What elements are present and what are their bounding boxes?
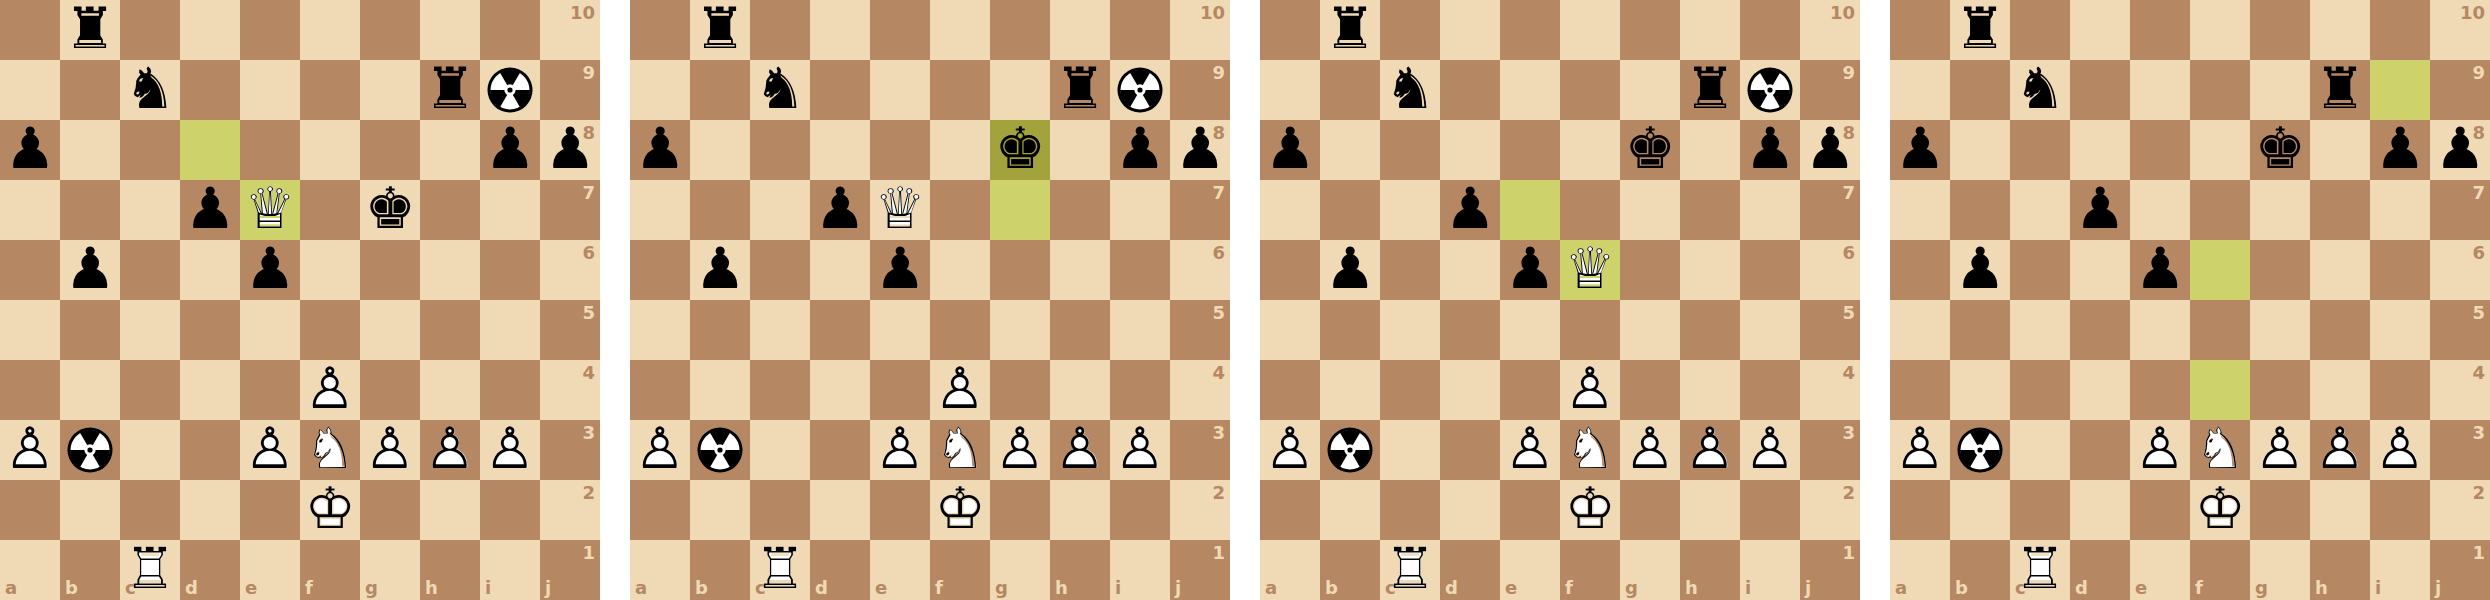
square-b1[interactable]: b bbox=[1950, 540, 2010, 600]
square-g6[interactable] bbox=[1620, 240, 1680, 300]
square-d7[interactable]: ♟ bbox=[1440, 180, 1500, 240]
square-b3[interactable] bbox=[60, 420, 120, 480]
square-j9[interactable]: 9 bbox=[540, 60, 600, 120]
black-pawn[interactable]: ♟ bbox=[1260, 120, 1320, 180]
square-c6[interactable] bbox=[2010, 240, 2070, 300]
square-e7[interactable] bbox=[2130, 180, 2190, 240]
square-g10[interactable] bbox=[990, 0, 1050, 60]
square-f10[interactable] bbox=[2190, 0, 2250, 60]
square-d5[interactable] bbox=[180, 300, 240, 360]
square-c5[interactable] bbox=[1380, 300, 1440, 360]
square-g2[interactable] bbox=[2250, 480, 2310, 540]
radiation-icon[interactable] bbox=[690, 420, 750, 480]
black-rook[interactable]: ♜ bbox=[1680, 60, 1740, 120]
square-e2[interactable] bbox=[1500, 480, 1560, 540]
square-d6[interactable] bbox=[180, 240, 240, 300]
square-d3[interactable] bbox=[810, 420, 870, 480]
black-pawn[interactable]: ♟ bbox=[1110, 120, 1170, 180]
square-g9[interactable] bbox=[360, 60, 420, 120]
square-j9[interactable]: 9 bbox=[2430, 60, 2490, 120]
square-c6[interactable] bbox=[120, 240, 180, 300]
square-j6[interactable]: 6 bbox=[540, 240, 600, 300]
square-g10[interactable] bbox=[360, 0, 420, 60]
square-i6[interactable] bbox=[1740, 240, 1800, 300]
square-b8[interactable] bbox=[690, 120, 750, 180]
square-b4[interactable] bbox=[690, 360, 750, 420]
square-g9[interactable] bbox=[1620, 60, 1680, 120]
square-d5[interactable] bbox=[1440, 300, 1500, 360]
square-i6[interactable] bbox=[2370, 240, 2430, 300]
square-b2[interactable] bbox=[1950, 480, 2010, 540]
square-h3[interactable]: ♟♙ bbox=[420, 420, 480, 480]
square-j2[interactable]: 2 bbox=[540, 480, 600, 540]
square-a1[interactable]: a bbox=[1260, 540, 1320, 600]
black-pawn[interactable]: ♟ bbox=[180, 180, 240, 240]
radiation-icon[interactable] bbox=[60, 420, 120, 480]
square-a10[interactable] bbox=[630, 0, 690, 60]
square-j10[interactable]: 10 bbox=[540, 0, 600, 60]
square-g8[interactable]: ♚ bbox=[990, 120, 1050, 180]
square-d8[interactable] bbox=[180, 120, 240, 180]
radiation-icon[interactable] bbox=[1740, 60, 1800, 120]
square-d4[interactable] bbox=[1440, 360, 1500, 420]
square-j6[interactable]: 6 bbox=[1170, 240, 1230, 300]
square-b7[interactable] bbox=[1320, 180, 1380, 240]
white-pawn[interactable]: ♟♙ bbox=[1500, 420, 1560, 480]
square-h9[interactable]: ♜ bbox=[2310, 60, 2370, 120]
black-rook[interactable]: ♜ bbox=[1050, 60, 1110, 120]
white-knight[interactable]: ♞♘ bbox=[1560, 420, 1620, 480]
square-j8[interactable]: 8♟ bbox=[1170, 120, 1230, 180]
square-f2[interactable]: ♚♔ bbox=[300, 480, 360, 540]
square-g5[interactable] bbox=[990, 300, 1050, 360]
square-h8[interactable] bbox=[2310, 120, 2370, 180]
square-e1[interactable]: e bbox=[870, 540, 930, 600]
square-h10[interactable] bbox=[420, 0, 480, 60]
square-j8[interactable]: 8♟ bbox=[1800, 120, 1860, 180]
square-d8[interactable] bbox=[2070, 120, 2130, 180]
square-d10[interactable] bbox=[1440, 0, 1500, 60]
square-i3[interactable]: ♟♙ bbox=[1110, 420, 1170, 480]
square-h4[interactable] bbox=[2310, 360, 2370, 420]
square-e2[interactable] bbox=[240, 480, 300, 540]
square-f5[interactable] bbox=[1560, 300, 1620, 360]
white-queen[interactable]: ♛♕ bbox=[870, 180, 930, 240]
square-e5[interactable] bbox=[240, 300, 300, 360]
black-pawn[interactable]: ♟ bbox=[540, 120, 600, 180]
square-c6[interactable] bbox=[750, 240, 810, 300]
square-h7[interactable] bbox=[2310, 180, 2370, 240]
black-pawn[interactable]: ♟ bbox=[1500, 240, 1560, 300]
square-e8[interactable] bbox=[240, 120, 300, 180]
square-f8[interactable] bbox=[2190, 120, 2250, 180]
square-e7[interactable]: ♛♕ bbox=[240, 180, 300, 240]
white-pawn[interactable]: ♟♙ bbox=[1260, 420, 1320, 480]
square-g8[interactable]: ♚ bbox=[2250, 120, 2310, 180]
square-i5[interactable] bbox=[2370, 300, 2430, 360]
square-b4[interactable] bbox=[1320, 360, 1380, 420]
square-a8[interactable]: ♟ bbox=[0, 120, 60, 180]
square-c4[interactable] bbox=[750, 360, 810, 420]
white-pawn[interactable]: ♟♙ bbox=[1110, 420, 1170, 480]
square-h2[interactable] bbox=[1050, 480, 1110, 540]
square-d4[interactable] bbox=[2070, 360, 2130, 420]
square-c5[interactable] bbox=[2010, 300, 2070, 360]
square-g1[interactable]: g bbox=[360, 540, 420, 600]
square-j1[interactable]: 1j bbox=[1170, 540, 1230, 600]
square-i9[interactable] bbox=[2370, 60, 2430, 120]
square-b6[interactable]: ♟ bbox=[1950, 240, 2010, 300]
white-pawn[interactable]: ♟♙ bbox=[1680, 420, 1740, 480]
square-d6[interactable] bbox=[1440, 240, 1500, 300]
white-pawn[interactable]: ♟♙ bbox=[360, 420, 420, 480]
square-g7[interactable] bbox=[1620, 180, 1680, 240]
square-a7[interactable] bbox=[1260, 180, 1320, 240]
square-i2[interactable] bbox=[1740, 480, 1800, 540]
square-h6[interactable] bbox=[1680, 240, 1740, 300]
black-king[interactable]: ♚ bbox=[2250, 120, 2310, 180]
square-e8[interactable] bbox=[2130, 120, 2190, 180]
square-b5[interactable] bbox=[1950, 300, 2010, 360]
square-c3[interactable] bbox=[2010, 420, 2070, 480]
square-i1[interactable]: i bbox=[480, 540, 540, 600]
square-d2[interactable] bbox=[180, 480, 240, 540]
white-pawn[interactable]: ♟♙ bbox=[0, 420, 60, 480]
square-d5[interactable] bbox=[810, 300, 870, 360]
square-i5[interactable] bbox=[1110, 300, 1170, 360]
square-j9[interactable]: 9 bbox=[1170, 60, 1230, 120]
square-i10[interactable] bbox=[480, 0, 540, 60]
white-queen[interactable]: ♛♕ bbox=[1560, 240, 1620, 300]
white-pawn[interactable]: ♟♙ bbox=[300, 360, 360, 420]
square-g8[interactable]: ♚ bbox=[1620, 120, 1680, 180]
square-d9[interactable] bbox=[810, 60, 870, 120]
black-pawn[interactable]: ♟ bbox=[630, 120, 690, 180]
square-g3[interactable]: ♟♙ bbox=[990, 420, 1050, 480]
square-a2[interactable] bbox=[1260, 480, 1320, 540]
square-f1[interactable]: f bbox=[2190, 540, 2250, 600]
black-pawn[interactable]: ♟ bbox=[60, 240, 120, 300]
square-f6[interactable]: ♛♕ bbox=[1560, 240, 1620, 300]
square-e2[interactable] bbox=[2130, 480, 2190, 540]
square-j6[interactable]: 6 bbox=[1800, 240, 1860, 300]
square-e10[interactable] bbox=[240, 0, 300, 60]
white-king[interactable]: ♚♔ bbox=[2190, 480, 2250, 540]
square-c1[interactable]: c♜♖ bbox=[120, 540, 180, 600]
square-j5[interactable]: 5 bbox=[1170, 300, 1230, 360]
white-king[interactable]: ♚♔ bbox=[930, 480, 990, 540]
square-g6[interactable] bbox=[360, 240, 420, 300]
square-c10[interactable] bbox=[750, 0, 810, 60]
square-i6[interactable] bbox=[1110, 240, 1170, 300]
square-c8[interactable] bbox=[1380, 120, 1440, 180]
black-pawn[interactable]: ♟ bbox=[1320, 240, 1380, 300]
white-pawn[interactable]: ♟♙ bbox=[1620, 420, 1680, 480]
square-h5[interactable] bbox=[1680, 300, 1740, 360]
square-f10[interactable] bbox=[1560, 0, 1620, 60]
square-j3[interactable]: 3 bbox=[2430, 420, 2490, 480]
square-f9[interactable] bbox=[1560, 60, 1620, 120]
square-j2[interactable]: 2 bbox=[2430, 480, 2490, 540]
black-pawn[interactable]: ♟ bbox=[810, 180, 870, 240]
square-a4[interactable] bbox=[1890, 360, 1950, 420]
square-f8[interactable] bbox=[930, 120, 990, 180]
square-c4[interactable] bbox=[1380, 360, 1440, 420]
black-pawn[interactable]: ♟ bbox=[1950, 240, 2010, 300]
white-pawn[interactable]: ♟♙ bbox=[420, 420, 480, 480]
square-c5[interactable] bbox=[750, 300, 810, 360]
square-i4[interactable] bbox=[1740, 360, 1800, 420]
black-pawn[interactable]: ♟ bbox=[1890, 120, 1950, 180]
square-j1[interactable]: 1j bbox=[1800, 540, 1860, 600]
square-c7[interactable] bbox=[120, 180, 180, 240]
square-a9[interactable] bbox=[1260, 60, 1320, 120]
square-j2[interactable]: 2 bbox=[1800, 480, 1860, 540]
square-j2[interactable]: 2 bbox=[1170, 480, 1230, 540]
square-a5[interactable] bbox=[1260, 300, 1320, 360]
square-a8[interactable]: ♟ bbox=[1260, 120, 1320, 180]
square-e1[interactable]: e bbox=[240, 540, 300, 600]
square-f10[interactable] bbox=[300, 0, 360, 60]
square-b9[interactable] bbox=[690, 60, 750, 120]
black-pawn[interactable]: ♟ bbox=[2070, 180, 2130, 240]
square-h1[interactable]: h bbox=[2310, 540, 2370, 600]
square-f1[interactable]: f bbox=[930, 540, 990, 600]
square-d2[interactable] bbox=[810, 480, 870, 540]
square-f10[interactable] bbox=[930, 0, 990, 60]
black-pawn[interactable]: ♟ bbox=[0, 120, 60, 180]
square-e10[interactable] bbox=[870, 0, 930, 60]
square-c4[interactable] bbox=[2010, 360, 2070, 420]
square-i8[interactable]: ♟ bbox=[2370, 120, 2430, 180]
white-pawn[interactable]: ♟♙ bbox=[930, 360, 990, 420]
square-b8[interactable] bbox=[60, 120, 120, 180]
square-b10[interactable]: ♜ bbox=[1320, 0, 1380, 60]
square-i9[interactable] bbox=[1110, 60, 1170, 120]
square-b9[interactable] bbox=[1950, 60, 2010, 120]
square-h3[interactable]: ♟♙ bbox=[1050, 420, 1110, 480]
square-h6[interactable] bbox=[1050, 240, 1110, 300]
white-pawn[interactable]: ♟♙ bbox=[1560, 360, 1620, 420]
square-f1[interactable]: f bbox=[1560, 540, 1620, 600]
black-rook[interactable]: ♜ bbox=[2310, 60, 2370, 120]
square-g3[interactable]: ♟♙ bbox=[1620, 420, 1680, 480]
square-c2[interactable] bbox=[1380, 480, 1440, 540]
black-pawn[interactable]: ♟ bbox=[240, 240, 300, 300]
white-pawn[interactable]: ♟♙ bbox=[2250, 420, 2310, 480]
square-j4[interactable]: 4 bbox=[1170, 360, 1230, 420]
square-j6[interactable]: 6 bbox=[2430, 240, 2490, 300]
black-pawn[interactable]: ♟ bbox=[1740, 120, 1800, 180]
square-d4[interactable] bbox=[810, 360, 870, 420]
square-c1[interactable]: c♜♖ bbox=[1380, 540, 1440, 600]
white-rook[interactable]: ♜♖ bbox=[120, 540, 180, 600]
square-g9[interactable] bbox=[2250, 60, 2310, 120]
square-i10[interactable] bbox=[2370, 0, 2430, 60]
square-a1[interactable]: a bbox=[1890, 540, 1950, 600]
square-b10[interactable]: ♜ bbox=[690, 0, 750, 60]
square-g2[interactable] bbox=[990, 480, 1050, 540]
square-e5[interactable] bbox=[870, 300, 930, 360]
square-c8[interactable] bbox=[2010, 120, 2070, 180]
square-b5[interactable] bbox=[690, 300, 750, 360]
radiation-icon[interactable] bbox=[1110, 60, 1170, 120]
square-j3[interactable]: 3 bbox=[540, 420, 600, 480]
square-e5[interactable] bbox=[2130, 300, 2190, 360]
square-b3[interactable] bbox=[1950, 420, 2010, 480]
square-f9[interactable] bbox=[930, 60, 990, 120]
square-a9[interactable] bbox=[1890, 60, 1950, 120]
black-pawn[interactable]: ♟ bbox=[480, 120, 540, 180]
square-c2[interactable] bbox=[750, 480, 810, 540]
square-c2[interactable] bbox=[2010, 480, 2070, 540]
square-j7[interactable]: 7 bbox=[1800, 180, 1860, 240]
square-d10[interactable] bbox=[2070, 0, 2130, 60]
square-j3[interactable]: 3 bbox=[1800, 420, 1860, 480]
square-j1[interactable]: 1j bbox=[2430, 540, 2490, 600]
square-c2[interactable] bbox=[120, 480, 180, 540]
square-g7[interactable] bbox=[2250, 180, 2310, 240]
square-i7[interactable] bbox=[1740, 180, 1800, 240]
square-e4[interactable] bbox=[870, 360, 930, 420]
square-i9[interactable] bbox=[480, 60, 540, 120]
square-h3[interactable]: ♟♙ bbox=[1680, 420, 1740, 480]
square-a6[interactable] bbox=[1260, 240, 1320, 300]
square-a5[interactable] bbox=[0, 300, 60, 360]
square-e8[interactable] bbox=[870, 120, 930, 180]
square-a10[interactable] bbox=[1260, 0, 1320, 60]
square-c1[interactable]: c♜♖ bbox=[750, 540, 810, 600]
square-b1[interactable]: b bbox=[1320, 540, 1380, 600]
square-j4[interactable]: 4 bbox=[540, 360, 600, 420]
square-e3[interactable]: ♟♙ bbox=[2130, 420, 2190, 480]
white-king[interactable]: ♚♔ bbox=[300, 480, 360, 540]
square-c8[interactable] bbox=[750, 120, 810, 180]
square-g6[interactable] bbox=[2250, 240, 2310, 300]
square-b1[interactable]: b bbox=[60, 540, 120, 600]
square-e5[interactable] bbox=[1500, 300, 1560, 360]
white-pawn[interactable]: ♟♙ bbox=[990, 420, 1050, 480]
square-i8[interactable]: ♟ bbox=[1740, 120, 1800, 180]
square-c6[interactable] bbox=[1380, 240, 1440, 300]
square-j10[interactable]: 10 bbox=[2430, 0, 2490, 60]
square-a6[interactable] bbox=[0, 240, 60, 300]
white-pawn[interactable]: ♟♙ bbox=[240, 420, 300, 480]
square-g7[interactable]: ♚ bbox=[360, 180, 420, 240]
square-d7[interactable]: ♟ bbox=[810, 180, 870, 240]
square-b4[interactable] bbox=[60, 360, 120, 420]
square-f6[interactable] bbox=[2190, 240, 2250, 300]
square-h10[interactable] bbox=[1050, 0, 1110, 60]
black-pawn[interactable]: ♟ bbox=[2430, 120, 2490, 180]
square-d4[interactable] bbox=[180, 360, 240, 420]
square-d10[interactable] bbox=[810, 0, 870, 60]
square-i4[interactable] bbox=[2370, 360, 2430, 420]
square-i3[interactable]: ♟♙ bbox=[2370, 420, 2430, 480]
square-e7[interactable]: ♛♕ bbox=[870, 180, 930, 240]
square-g2[interactable] bbox=[360, 480, 420, 540]
square-h5[interactable] bbox=[1050, 300, 1110, 360]
black-knight[interactable]: ♞ bbox=[120, 60, 180, 120]
square-g4[interactable] bbox=[1620, 360, 1680, 420]
square-b7[interactable] bbox=[60, 180, 120, 240]
square-g10[interactable] bbox=[2250, 0, 2310, 60]
square-e3[interactable]: ♟♙ bbox=[870, 420, 930, 480]
square-d7[interactable]: ♟ bbox=[2070, 180, 2130, 240]
square-j3[interactable]: 3 bbox=[1170, 420, 1230, 480]
square-f2[interactable]: ♚♔ bbox=[930, 480, 990, 540]
square-h2[interactable] bbox=[2310, 480, 2370, 540]
square-j8[interactable]: 8♟ bbox=[540, 120, 600, 180]
square-d6[interactable] bbox=[2070, 240, 2130, 300]
square-b9[interactable] bbox=[60, 60, 120, 120]
square-j7[interactable]: 7 bbox=[540, 180, 600, 240]
square-d1[interactable]: d bbox=[180, 540, 240, 600]
square-c9[interactable]: ♞ bbox=[120, 60, 180, 120]
white-pawn[interactable]: ♟♙ bbox=[2310, 420, 2370, 480]
black-king[interactable]: ♚ bbox=[1620, 120, 1680, 180]
square-h1[interactable]: h bbox=[1050, 540, 1110, 600]
square-d10[interactable] bbox=[180, 0, 240, 60]
square-b7[interactable] bbox=[1950, 180, 2010, 240]
square-i2[interactable] bbox=[2370, 480, 2430, 540]
square-a7[interactable] bbox=[1890, 180, 1950, 240]
square-j7[interactable]: 7 bbox=[1170, 180, 1230, 240]
square-h7[interactable] bbox=[1050, 180, 1110, 240]
square-d8[interactable] bbox=[810, 120, 870, 180]
square-h4[interactable] bbox=[1680, 360, 1740, 420]
square-b8[interactable] bbox=[1950, 120, 2010, 180]
square-e4[interactable] bbox=[1500, 360, 1560, 420]
square-i7[interactable] bbox=[480, 180, 540, 240]
square-f4[interactable]: ♟♙ bbox=[930, 360, 990, 420]
square-e6[interactable]: ♟ bbox=[1500, 240, 1560, 300]
square-d8[interactable] bbox=[1440, 120, 1500, 180]
square-h9[interactable]: ♜ bbox=[1680, 60, 1740, 120]
square-b4[interactable] bbox=[1950, 360, 2010, 420]
square-h9[interactable]: ♜ bbox=[420, 60, 480, 120]
square-c10[interactable] bbox=[2010, 0, 2070, 60]
square-a1[interactable]: a bbox=[0, 540, 60, 600]
square-g1[interactable]: g bbox=[1620, 540, 1680, 600]
square-b2[interactable] bbox=[1320, 480, 1380, 540]
square-h4[interactable] bbox=[420, 360, 480, 420]
square-i5[interactable] bbox=[480, 300, 540, 360]
square-b1[interactable]: b bbox=[690, 540, 750, 600]
black-rook[interactable]: ♜ bbox=[420, 60, 480, 120]
square-a8[interactable]: ♟ bbox=[630, 120, 690, 180]
square-e4[interactable] bbox=[240, 360, 300, 420]
square-d1[interactable]: d bbox=[1440, 540, 1500, 600]
square-g8[interactable] bbox=[360, 120, 420, 180]
square-f1[interactable]: f bbox=[300, 540, 360, 600]
black-rook[interactable]: ♜ bbox=[1320, 0, 1380, 60]
white-pawn[interactable]: ♟♙ bbox=[1050, 420, 1110, 480]
square-h9[interactable]: ♜ bbox=[1050, 60, 1110, 120]
black-rook[interactable]: ♜ bbox=[60, 0, 120, 60]
square-c1[interactable]: c♜♖ bbox=[2010, 540, 2070, 600]
square-g4[interactable] bbox=[360, 360, 420, 420]
square-g4[interactable] bbox=[990, 360, 1050, 420]
square-f6[interactable] bbox=[300, 240, 360, 300]
square-i7[interactable] bbox=[1110, 180, 1170, 240]
square-f8[interactable] bbox=[300, 120, 360, 180]
black-pawn[interactable]: ♟ bbox=[690, 240, 750, 300]
square-h2[interactable] bbox=[1680, 480, 1740, 540]
square-b2[interactable] bbox=[690, 480, 750, 540]
square-b10[interactable]: ♜ bbox=[1950, 0, 2010, 60]
black-pawn[interactable]: ♟ bbox=[870, 240, 930, 300]
